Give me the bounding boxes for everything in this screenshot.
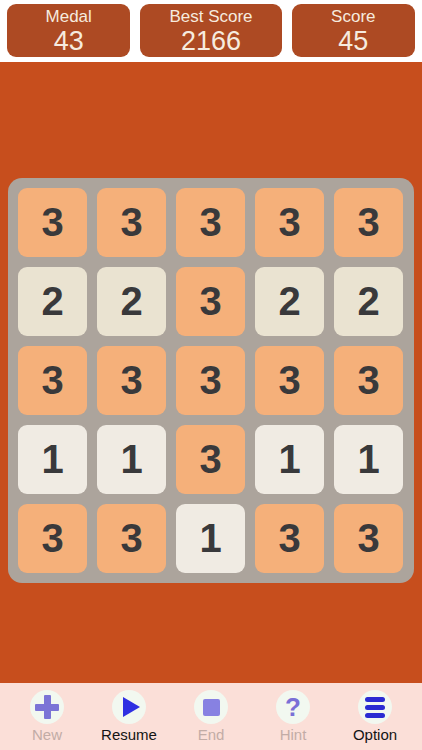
tile-r3c5[interactable]: 3 — [334, 346, 403, 415]
tile-r4c1[interactable]: 1 — [18, 425, 87, 494]
stat-score-label: Score — [292, 7, 415, 27]
tile-r1c4[interactable]: 3 — [255, 188, 324, 257]
tile-r2c4[interactable]: 2 — [255, 267, 324, 336]
tile-r1c3[interactable]: 3 — [176, 188, 245, 257]
tile-r3c2[interactable]: 3 — [97, 346, 166, 415]
tile-r5c2[interactable]: 3 — [97, 504, 166, 573]
stat-best-score-label: Best Score — [140, 7, 281, 27]
stat-best-score-value: 2166 — [140, 27, 281, 56]
new-label: New — [32, 726, 62, 743]
resume-button[interactable]: Resume — [100, 690, 158, 743]
score-header: Medal43Best Score2166Score45 — [0, 0, 422, 62]
option-label: Option — [353, 726, 397, 743]
tile-r3c3[interactable]: 3 — [176, 346, 245, 415]
tile-r1c5[interactable]: 3 — [334, 188, 403, 257]
tile-r1c1[interactable]: 3 — [18, 188, 87, 257]
new-icon-circle — [30, 690, 64, 724]
option-icon-circle — [358, 690, 392, 724]
resume-icon-circle — [112, 690, 146, 724]
end-label: End — [198, 726, 225, 743]
stat-best-score: Best Score2166 — [140, 4, 281, 57]
stat-score: Score45 — [292, 4, 415, 57]
question-icon: ? — [285, 694, 301, 720]
tile-r1c2[interactable]: 3 — [97, 188, 166, 257]
resume-label: Resume — [101, 726, 157, 743]
stat-medal-value: 43 — [7, 27, 130, 56]
tile-r4c5[interactable]: 1 — [334, 425, 403, 494]
tile-r3c4[interactable]: 3 — [255, 346, 324, 415]
tile-r5c4[interactable]: 3 — [255, 504, 324, 573]
tile-r2c2[interactable]: 2 — [97, 267, 166, 336]
tile-r2c1[interactable]: 2 — [18, 267, 87, 336]
hint-label: Hint — [280, 726, 307, 743]
stop-icon — [203, 699, 220, 716]
end-icon-circle — [194, 690, 228, 724]
plus-icon — [35, 695, 59, 719]
stat-score-value: 45 — [292, 27, 415, 56]
tile-r5c3[interactable]: 1 — [176, 504, 245, 573]
tile-r3c1[interactable]: 3 — [18, 346, 87, 415]
option-button[interactable]: Option — [346, 690, 404, 743]
tile-r2c5[interactable]: 2 — [334, 267, 403, 336]
tile-r4c3[interactable]: 3 — [176, 425, 245, 494]
tile-r5c1[interactable]: 3 — [18, 504, 87, 573]
play-icon — [123, 697, 140, 717]
stat-medal-label: Medal — [7, 7, 130, 27]
stat-medal: Medal43 — [7, 4, 130, 57]
toolbar: NewResumeEnd?HintOption — [0, 683, 422, 750]
game-board: 3333322322333331131133133 — [8, 178, 414, 583]
tile-r2c3[interactable]: 3 — [176, 267, 245, 336]
tile-r5c5[interactable]: 3 — [334, 504, 403, 573]
tile-r4c2[interactable]: 1 — [97, 425, 166, 494]
app: Medal43Best Score2166Score45 33333223223… — [0, 0, 422, 750]
hint-button[interactable]: ?Hint — [264, 690, 322, 743]
tile-r4c4[interactable]: 1 — [255, 425, 324, 494]
new-button[interactable]: New — [18, 690, 76, 743]
menu-icon — [365, 697, 385, 718]
end-button[interactable]: End — [182, 690, 240, 743]
hint-icon-circle: ? — [276, 690, 310, 724]
